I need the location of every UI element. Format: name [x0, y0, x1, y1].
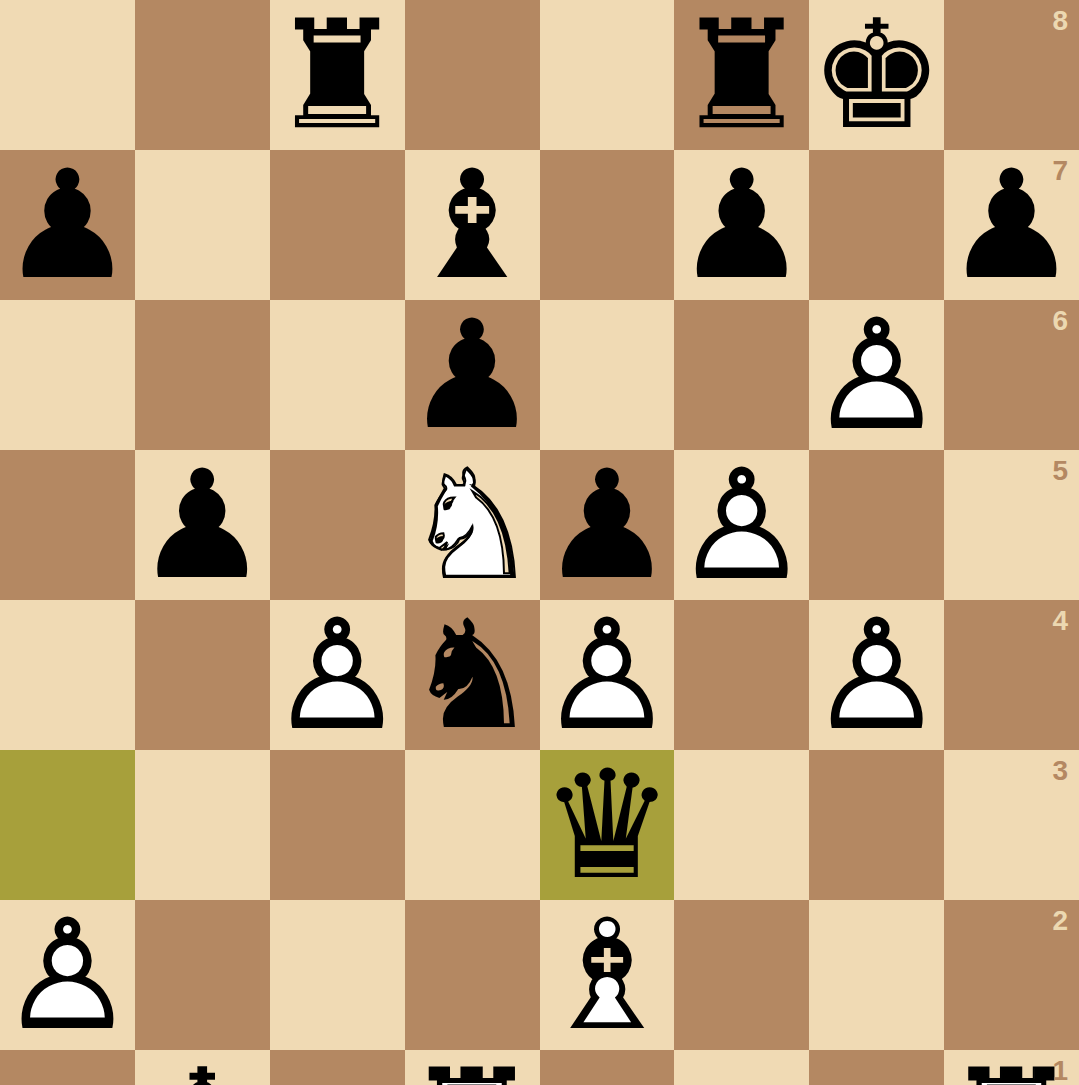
rank-label-5: 5 [1052, 457, 1068, 485]
black-bishop: ♝ [405, 150, 540, 300]
square-e5[interactable]: ♟ [540, 450, 675, 600]
square-h5[interactable]: 5 [944, 450, 1079, 600]
square-g4[interactable]: ♟♙ [809, 600, 944, 750]
white-pawn: ♟♙ [674, 450, 809, 600]
rank-label-4: 4 [1052, 607, 1068, 635]
square-h4[interactable]: 4 [944, 600, 1079, 750]
square-e7[interactable] [540, 150, 675, 300]
black-rook-glyph: ♜ [675, 0, 809, 150]
square-b5[interactable]: ♟ [135, 450, 270, 600]
white-pawn: ♟♙ [809, 600, 944, 750]
square-d6[interactable]: ♟ [405, 300, 540, 450]
square-g5[interactable] [809, 450, 944, 600]
square-f3[interactable] [674, 750, 809, 900]
white-pawn: ♟♙ [540, 600, 675, 750]
white-rook: ♜♖ [405, 1050, 540, 1085]
white-king-outline: ♔ [135, 1050, 269, 1085]
square-d7[interactable]: ♝ [405, 150, 540, 300]
square-f5[interactable]: ♟♙ [674, 450, 809, 600]
black-pawn: ♟ [540, 450, 675, 600]
black-pawn-glyph: ♟ [0, 150, 134, 300]
square-e6[interactable] [540, 300, 675, 450]
black-rook: ♜ [270, 0, 405, 150]
white-pawn-outline: ♙ [270, 600, 404, 750]
square-a6[interactable] [0, 300, 135, 450]
square-d2[interactable] [405, 900, 540, 1050]
square-e3[interactable]: ♛ [540, 750, 675, 900]
black-pawn-glyph: ♟ [135, 450, 269, 600]
black-queen-glyph: ♛ [540, 750, 674, 900]
square-b2[interactable] [135, 900, 270, 1050]
square-h1[interactable]: 1h♜♖ [944, 1050, 1079, 1085]
black-pawn-glyph: ♟ [675, 150, 809, 300]
square-a3[interactable] [0, 750, 135, 900]
black-rook: ♜ [674, 0, 809, 150]
rank-label-2: 2 [1052, 907, 1068, 935]
black-knight: ♞ [405, 600, 540, 750]
white-rook-outline: ♖ [405, 1050, 539, 1085]
square-c2[interactable] [270, 900, 405, 1050]
square-f7[interactable]: ♟ [674, 150, 809, 300]
square-g3[interactable] [809, 750, 944, 900]
black-king-glyph: ♚ [809, 0, 943, 150]
square-b8[interactable] [135, 0, 270, 150]
square-c7[interactable] [270, 150, 405, 300]
square-f2[interactable] [674, 900, 809, 1050]
black-pawn: ♟ [674, 150, 809, 300]
black-pawn: ♟ [0, 150, 135, 300]
square-b4[interactable] [135, 600, 270, 750]
square-g1[interactable]: g [809, 1050, 944, 1085]
chess-board: ♜♜♚8♟♝♟7♟♟♟♙6♟♞♘♟♟♙5♟♙♞♟♙♟♙4♛3♟♙♝♗2ab♚♔c… [0, 0, 1079, 1080]
square-c4[interactable]: ♟♙ [270, 600, 405, 750]
square-g6[interactable]: ♟♙ [809, 300, 944, 450]
square-f1[interactable]: f [674, 1050, 809, 1085]
square-h3[interactable]: 3 [944, 750, 1079, 900]
square-a8[interactable] [0, 0, 135, 150]
black-queen: ♛ [540, 750, 675, 900]
white-bishop-outline: ♗ [540, 900, 674, 1050]
square-h6[interactable]: 6 [944, 300, 1079, 450]
white-pawn-outline: ♙ [675, 450, 809, 600]
square-a1[interactable]: a [0, 1050, 135, 1085]
rank-label-3: 3 [1052, 757, 1068, 785]
square-g8[interactable]: ♚ [809, 0, 944, 150]
square-c3[interactable] [270, 750, 405, 900]
square-c5[interactable] [270, 450, 405, 600]
square-e2[interactable]: ♝♗ [540, 900, 675, 1050]
white-pawn-outline: ♙ [809, 600, 943, 750]
white-pawn-outline: ♙ [0, 900, 134, 1050]
square-c6[interactable] [270, 300, 405, 450]
white-knight-outline: ♘ [405, 450, 539, 600]
white-pawn: ♟♙ [0, 900, 135, 1050]
black-pawn: ♟ [135, 450, 270, 600]
square-e4[interactable]: ♟♙ [540, 600, 675, 750]
square-b1[interactable]: b♚♔ [135, 1050, 270, 1085]
square-b6[interactable] [135, 300, 270, 450]
black-knight-glyph: ♞ [405, 600, 539, 750]
square-d4[interactable]: ♞ [405, 600, 540, 750]
square-b3[interactable] [135, 750, 270, 900]
square-a5[interactable] [0, 450, 135, 600]
square-f6[interactable] [674, 300, 809, 450]
square-e8[interactable] [540, 0, 675, 150]
square-f4[interactable] [674, 600, 809, 750]
black-bishop-glyph: ♝ [405, 150, 539, 300]
square-b7[interactable] [135, 150, 270, 300]
white-pawn: ♟♙ [809, 300, 944, 450]
white-king: ♚♔ [135, 1050, 270, 1085]
square-c8[interactable]: ♜ [270, 0, 405, 150]
white-pawn-outline: ♙ [540, 600, 674, 750]
square-a4[interactable] [0, 600, 135, 750]
square-f8[interactable]: ♜ [674, 0, 809, 150]
square-g2[interactable] [809, 900, 944, 1050]
square-a2[interactable]: ♟♙ [0, 900, 135, 1050]
black-pawn-glyph: ♟ [540, 450, 674, 600]
square-d8[interactable] [405, 0, 540, 150]
square-a7[interactable]: ♟ [0, 150, 135, 300]
white-pawn: ♟♙ [270, 600, 405, 750]
square-h7[interactable]: 7♟ [944, 150, 1079, 300]
white-knight: ♞♘ [405, 450, 540, 600]
white-bishop: ♝♗ [540, 900, 675, 1050]
black-pawn-glyph: ♟ [405, 300, 539, 450]
square-e1[interactable]: e [540, 1050, 675, 1085]
rank-label-1: 1 [1052, 1057, 1068, 1085]
rank-label-8: 8 [1052, 7, 1068, 35]
square-d3[interactable] [405, 750, 540, 900]
square-d1[interactable]: d♜♖ [405, 1050, 540, 1085]
white-pawn-outline: ♙ [809, 300, 943, 450]
square-c1[interactable]: c [270, 1050, 405, 1085]
rank-label-6: 6 [1052, 307, 1068, 335]
rank-label-7: 7 [1052, 157, 1068, 185]
square-g7[interactable] [809, 150, 944, 300]
black-pawn: ♟ [405, 300, 540, 450]
square-d5[interactable]: ♞♘ [405, 450, 540, 600]
black-rook-glyph: ♜ [270, 0, 404, 150]
square-h8[interactable]: 8 [944, 0, 1079, 150]
black-king: ♚ [809, 0, 944, 150]
square-h2[interactable]: 2 [944, 900, 1079, 1050]
